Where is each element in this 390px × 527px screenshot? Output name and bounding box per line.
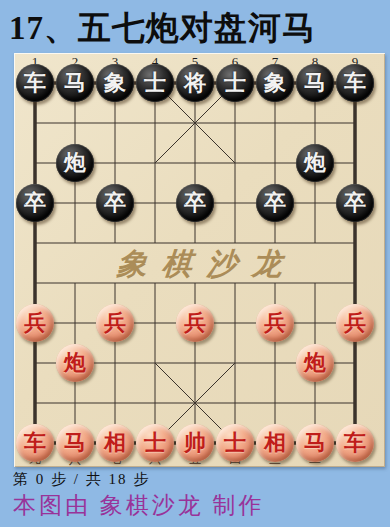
xiangqi-piece: 象 (96, 64, 134, 102)
xiangqi-piece: 卒 (336, 184, 374, 222)
xiangqi-piece: 士 (136, 64, 174, 102)
xiangqi-piece: 卒 (96, 184, 134, 222)
xiangqi-piece: 车 (16, 424, 54, 462)
xiangqi-piece: 帅 (176, 424, 214, 462)
xiangqi-piece: 马 (296, 64, 334, 102)
xiangqi-piece: 炮 (56, 144, 94, 182)
xiangqi-piece: 卒 (16, 184, 54, 222)
xiangqi-piece: 马 (296, 424, 334, 462)
xiangqi-piece: 马 (56, 64, 94, 102)
board-grid (14, 53, 385, 467)
page-title: 17、五七炮对盘河马 (9, 6, 387, 51)
xiangqi-piece: 兵 (256, 304, 294, 342)
xiangqi-piece: 马 (56, 424, 94, 462)
xiangqi-piece: 卒 (256, 184, 294, 222)
xiangqi-piece: 相 (256, 424, 294, 462)
xiangqi-piece: 象 (256, 64, 294, 102)
xiangqi-piece: 士 (216, 424, 254, 462)
xiangqi-piece: 炮 (296, 344, 334, 382)
xiangqi-piece: 士 (136, 424, 174, 462)
xiangqi-piece: 车 (336, 424, 374, 462)
xiangqi-piece: 卒 (176, 184, 214, 222)
xiangqi-piece: 车 (336, 64, 374, 102)
step-counter: 第 0 步 / 共 18 步 (13, 470, 150, 489)
xiangqi-piece: 炮 (56, 344, 94, 382)
xiangqi-piece: 兵 (336, 304, 374, 342)
xiangqi-board[interactable]: 象 棋 沙 龙 123456789九八七六五四三二一 车马象士将士象马车炮炮卒卒… (14, 53, 385, 467)
xiangqi-piece: 士 (216, 64, 254, 102)
xiangqi-piece: 将 (176, 64, 214, 102)
xiangqi-piece: 车 (16, 64, 54, 102)
xiangqi-piece: 相 (96, 424, 134, 462)
xiangqi-piece: 兵 (96, 304, 134, 342)
xiangqi-piece: 炮 (296, 144, 334, 182)
xiangqi-piece: 兵 (16, 304, 54, 342)
credit-text: 本图由 象棋沙龙 制作 (13, 490, 265, 521)
xiangqi-piece: 兵 (176, 304, 214, 342)
